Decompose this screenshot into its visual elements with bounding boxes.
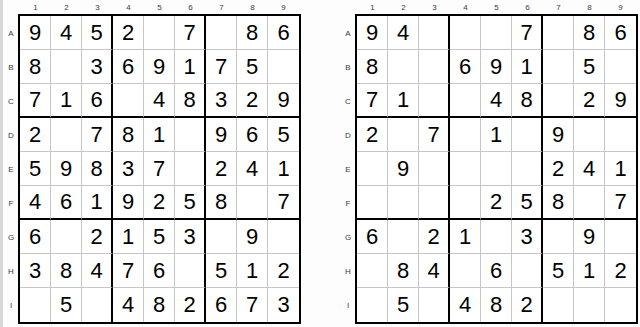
cell-A2[interactable]: 4 [388,16,419,50]
cell-D9[interactable]: 5 [268,118,299,152]
cell-I9[interactable]: 3 [268,288,299,322]
cell-D3[interactable]: 7 [419,118,450,152]
cell-G4[interactable]: 1 [450,220,481,254]
cell-H1[interactable] [357,254,388,288]
cell-B8[interactable]: 5 [574,50,605,84]
cell-H6[interactable] [175,254,206,288]
cell-G1[interactable]: 6 [20,220,51,254]
cell-D7[interactable]: 9 [206,118,237,152]
cell-H2[interactable]: 8 [51,254,82,288]
cell-B1[interactable]: 8 [357,50,388,84]
cell-C7[interactable]: 3 [206,84,237,118]
cell-D8[interactable]: 6 [237,118,268,152]
cell-B7[interactable] [543,50,574,84]
left-edge-strip [0,0,3,327]
col-label-4: 4 [113,2,144,14]
cell-E2[interactable]: 9 [51,152,82,186]
row-label-H: H [4,254,18,288]
cell-I3[interactable] [419,288,450,322]
cell-F1[interactable]: 4 [20,186,51,220]
col-label-3: 3 [419,2,450,14]
sudoku-board-right: 123456789 ABCDEFGHI 94786869157148292719… [341,2,638,324]
cell-B2[interactable] [388,50,419,84]
cell-C1[interactable]: 7 [357,84,388,118]
cell-C6[interactable]: 8 [512,84,543,118]
cell-A3[interactable]: 5 [82,16,113,50]
cell-H5[interactable]: 6 [144,254,175,288]
cell-F2[interactable] [388,186,419,220]
cell-H9[interactable]: 2 [268,254,299,288]
row-label-G: G [341,220,355,254]
col-label-7: 7 [543,2,574,14]
col-label-3: 3 [82,2,113,14]
cell-G8[interactable]: 9 [574,220,605,254]
cell-H2[interactable]: 8 [388,254,419,288]
cell-I2[interactable]: 5 [51,288,82,322]
cell-C7[interactable] [543,84,574,118]
cell-C4[interactable] [113,84,144,118]
cell-E2[interactable]: 9 [388,152,419,186]
cell-C9[interactable]: 9 [268,84,299,118]
cell-D6[interactable] [512,118,543,152]
cell-H4[interactable] [450,254,481,288]
cell-A1[interactable]: 9 [357,16,388,50]
cell-F1[interactable] [357,186,388,220]
cell-A6[interactable]: 7 [512,16,543,50]
cell-E1[interactable]: 5 [20,152,51,186]
cell-I4[interactable]: 4 [113,288,144,322]
cell-D1[interactable]: 2 [20,118,51,152]
cell-G1[interactable]: 6 [357,220,388,254]
cell-A4[interactable] [450,16,481,50]
col-label-5: 5 [481,2,512,14]
row-label-B: B [341,50,355,84]
cell-G2[interactable] [388,220,419,254]
row-label-F: F [341,186,355,220]
row-label-F: F [4,186,18,220]
sudoku-grid-left: 9452786836917571648329278196559837241461… [18,14,301,324]
cell-E6[interactable] [512,152,543,186]
cell-I3[interactable] [82,288,113,322]
cell-G6[interactable]: 3 [512,220,543,254]
cell-I7[interactable] [543,288,574,322]
col-label-8: 8 [237,2,268,14]
col-label-1: 1 [357,2,388,14]
cell-A9[interactable]: 6 [268,16,299,50]
cell-A5[interactable] [481,16,512,50]
col-label-2: 2 [388,2,419,14]
cell-B9[interactable] [605,50,636,84]
cell-C3[interactable]: 6 [82,84,113,118]
cell-F5[interactable]: 2 [144,186,175,220]
row-label-B: B [4,50,18,84]
cell-E1[interactable] [357,152,388,186]
cell-A9[interactable]: 6 [605,16,636,50]
cell-C2[interactable]: 1 [51,84,82,118]
sudoku-grid-right: 9478686915714829271992412587621398465125… [355,14,638,324]
cell-G3[interactable]: 2 [82,220,113,254]
cell-B4[interactable]: 6 [450,50,481,84]
cell-I8[interactable]: 7 [237,288,268,322]
cell-F6[interactable]: 5 [175,186,206,220]
cell-F3[interactable] [419,186,450,220]
cell-C6[interactable]: 8 [175,84,206,118]
cell-C2[interactable]: 1 [388,84,419,118]
cell-D5[interactable]: 1 [144,118,175,152]
col-label-7: 7 [206,2,237,14]
cell-A6[interactable]: 7 [175,16,206,50]
cell-E5[interactable]: 7 [144,152,175,186]
cell-H7[interactable]: 5 [543,254,574,288]
cell-H3[interactable]: 4 [82,254,113,288]
cell-H9[interactable]: 2 [605,254,636,288]
cell-I5[interactable]: 8 [481,288,512,322]
row-label-E: E [341,152,355,186]
cell-A5[interactable] [144,16,175,50]
cell-C5[interactable]: 4 [481,84,512,118]
row-label-C: C [4,84,18,118]
cell-B1[interactable]: 8 [20,50,51,84]
cell-H8[interactable]: 1 [237,254,268,288]
row-label-A: A [341,16,355,50]
cell-C8[interactable]: 2 [237,84,268,118]
column-labels: 123456789 [18,2,301,14]
col-label-2: 2 [51,2,82,14]
cell-F7[interactable]: 8 [543,186,574,220]
cell-I1[interactable] [20,288,51,322]
cell-E8[interactable]: 4 [237,152,268,186]
cell-A1[interactable]: 9 [20,16,51,50]
row-label-D: D [341,118,355,152]
cell-C9[interactable]: 9 [605,84,636,118]
cell-D6[interactable] [175,118,206,152]
screen: 123456789 ABCDEFGHI 94527868369175716483… [0,0,640,327]
cell-A4[interactable]: 2 [113,16,144,50]
cell-G5[interactable] [481,220,512,254]
row-label-C: C [341,84,355,118]
cell-F8[interactable] [574,186,605,220]
cell-E5[interactable] [481,152,512,186]
cell-G6[interactable]: 3 [175,220,206,254]
cell-I6[interactable]: 2 [512,288,543,322]
cell-D7[interactable]: 9 [543,118,574,152]
cell-G3[interactable]: 2 [419,220,450,254]
cell-D3[interactable]: 7 [82,118,113,152]
cell-D4[interactable] [450,118,481,152]
cell-E9[interactable]: 1 [605,152,636,186]
col-label-4: 4 [450,2,481,14]
cell-F2[interactable]: 6 [51,186,82,220]
cell-G9[interactable] [268,220,299,254]
cell-E8[interactable]: 4 [574,152,605,186]
col-label-9: 9 [605,2,636,14]
cell-I8[interactable] [574,288,605,322]
cell-H5[interactable]: 6 [481,254,512,288]
cell-C5[interactable]: 4 [144,84,175,118]
cell-E6[interactable] [175,152,206,186]
cell-B6[interactable]: 1 [512,50,543,84]
cell-E3[interactable]: 8 [82,152,113,186]
cell-D2[interactable] [388,118,419,152]
cell-B8[interactable]: 5 [237,50,268,84]
cell-B9[interactable] [268,50,299,84]
cell-D9[interactable] [605,118,636,152]
cell-F5[interactable]: 2 [481,186,512,220]
cell-B4[interactable]: 6 [113,50,144,84]
cell-H3[interactable]: 4 [419,254,450,288]
cell-H6[interactable] [512,254,543,288]
cell-G4[interactable]: 1 [113,220,144,254]
cell-F4[interactable]: 9 [113,186,144,220]
cell-I6[interactable]: 2 [175,288,206,322]
corner-spacer [4,2,18,14]
cell-C1[interactable]: 7 [20,84,51,118]
cell-D4[interactable]: 8 [113,118,144,152]
row-label-G: G [4,220,18,254]
cell-E4[interactable] [450,152,481,186]
cell-G9[interactable] [605,220,636,254]
cell-D1[interactable]: 2 [357,118,388,152]
row-label-I: I [341,288,355,322]
cell-B3[interactable]: 3 [82,50,113,84]
cell-H4[interactable]: 7 [113,254,144,288]
cell-A8[interactable]: 8 [237,16,268,50]
cell-G7[interactable] [543,220,574,254]
cell-H8[interactable]: 1 [574,254,605,288]
cell-F7[interactable]: 8 [206,186,237,220]
corner-spacer [341,2,355,14]
col-label-5: 5 [144,2,175,14]
cell-A8[interactable]: 8 [574,16,605,50]
cell-C4[interactable] [450,84,481,118]
row-label-A: A [4,16,18,50]
cell-E9[interactable]: 1 [268,152,299,186]
cell-B3[interactable] [419,50,450,84]
col-label-1: 1 [20,2,51,14]
cell-F6[interactable]: 5 [512,186,543,220]
cell-G7[interactable] [206,220,237,254]
cell-B5[interactable]: 9 [481,50,512,84]
cell-F3[interactable]: 1 [82,186,113,220]
col-label-9: 9 [268,2,299,14]
cell-E7[interactable]: 2 [206,152,237,186]
cell-I1[interactable] [357,288,388,322]
cell-F9[interactable]: 7 [605,186,636,220]
cell-B5[interactable]: 9 [144,50,175,84]
cell-A2[interactable]: 4 [51,16,82,50]
cell-A3[interactable] [419,16,450,50]
cell-C3[interactable] [419,84,450,118]
cell-G5[interactable]: 5 [144,220,175,254]
cell-A7[interactable] [206,16,237,50]
row-label-H: H [341,254,355,288]
cell-B2[interactable] [51,50,82,84]
cell-A7[interactable] [543,16,574,50]
cell-D2[interactable] [51,118,82,152]
cell-I9[interactable] [605,288,636,322]
cell-E7[interactable]: 2 [543,152,574,186]
cell-I5[interactable]: 8 [144,288,175,322]
cell-H7[interactable]: 5 [206,254,237,288]
cell-F9[interactable]: 7 [268,186,299,220]
col-label-8: 8 [574,2,605,14]
row-label-D: D [4,118,18,152]
row-label-E: E [4,152,18,186]
cell-G8[interactable]: 9 [237,220,268,254]
row-label-I: I [4,288,18,322]
cell-E4[interactable]: 3 [113,152,144,186]
cell-D8[interactable] [574,118,605,152]
cell-F4[interactable] [450,186,481,220]
row-labels: ABCDEFGHI [4,14,18,324]
cell-D5[interactable]: 1 [481,118,512,152]
cell-I4[interactable]: 4 [450,288,481,322]
cell-I2[interactable]: 5 [388,288,419,322]
cell-B6[interactable]: 1 [175,50,206,84]
col-label-6: 6 [512,2,543,14]
sudoku-board-left: 123456789 ABCDEFGHI 94527868369175716483… [4,2,301,324]
cell-B7[interactable]: 7 [206,50,237,84]
cell-E3[interactable] [419,152,450,186]
row-labels: ABCDEFGHI [341,14,355,324]
col-label-6: 6 [175,2,206,14]
column-labels: 123456789 [355,2,638,14]
cell-C8[interactable]: 2 [574,84,605,118]
cell-I7[interactable]: 6 [206,288,237,322]
cell-G2[interactable] [51,220,82,254]
cell-H1[interactable]: 3 [20,254,51,288]
cell-F8[interactable] [237,186,268,220]
